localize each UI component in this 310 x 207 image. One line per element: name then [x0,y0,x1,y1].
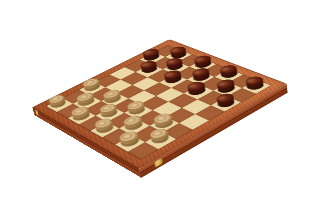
checker-piece-dark [161,69,183,80]
checker-piece-dark [214,78,238,89]
checker-piece-dark [140,48,161,58]
checker-piece-light [74,91,96,102]
checker-piece-light [121,114,145,127]
checker-piece-light [101,89,124,100]
checker-piece-dark [213,92,237,104]
checker-piece-light [69,105,92,117]
checker-piece-dark [217,64,240,75]
checker-piece-light [81,77,103,88]
checker-piece-dark [164,57,186,67]
checker-piece-light [96,102,119,114]
pieces-layer [32,39,287,169]
checker-piece-dark [242,75,266,86]
brass-clasp [154,158,163,168]
checker-piece-dark [190,67,213,78]
checker-piece-dark [184,80,207,91]
checker-piece-dark [138,60,160,70]
checker-piece-light [46,94,68,105]
product-photo-scene [0,0,310,207]
checkers-board [32,39,287,169]
checker-piece-dark [167,45,188,55]
checker-piece-dark [191,54,213,64]
